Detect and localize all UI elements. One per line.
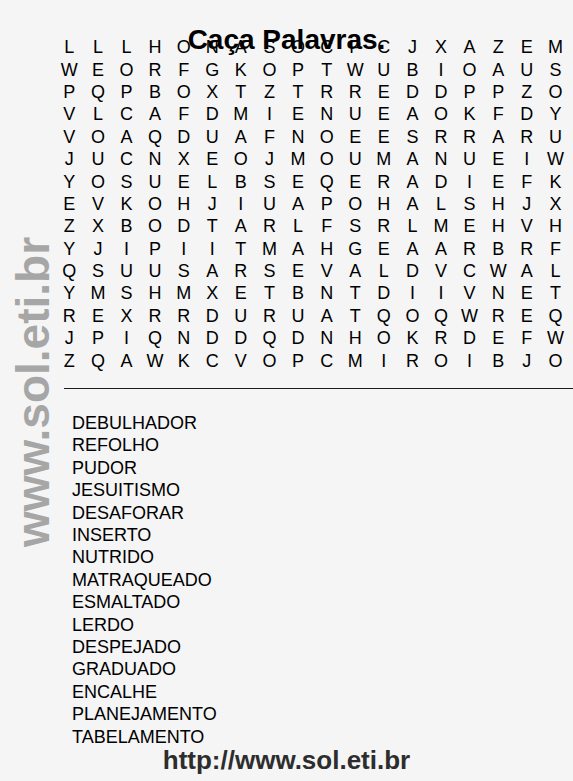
grid-cell[interactable]: E <box>370 238 399 260</box>
grid-cell[interactable]: Y <box>55 238 84 260</box>
grid-cell[interactable]: A <box>398 148 427 170</box>
grid-cell[interactable]: C <box>455 260 484 282</box>
word-list-item: ENCALHE <box>72 681 217 703</box>
grid-cell[interactable]: E <box>284 170 313 192</box>
grid-cell[interactable]: Q <box>370 305 399 327</box>
grid-cell[interactable]: W <box>141 349 170 371</box>
grid-cell[interactable]: L <box>55 36 84 58</box>
grid-cell[interactable]: J <box>255 148 284 170</box>
grid-cell[interactable]: M <box>84 282 113 304</box>
grid-cell[interactable]: T <box>312 58 341 80</box>
grid-cell[interactable]: R <box>455 238 484 260</box>
grid-cell[interactable]: Y <box>55 170 84 192</box>
grid-cell[interactable]: X <box>84 215 113 237</box>
grid-cell[interactable]: O <box>427 349 456 371</box>
grid-cell[interactable]: T <box>284 81 313 103</box>
grid-cell[interactable]: C <box>370 36 399 58</box>
word-list-item: LERDO <box>72 614 217 636</box>
grid-cell[interactable]: J <box>513 193 542 215</box>
grid-cell[interactable]: D <box>198 327 227 349</box>
grid-cell[interactable]: P <box>55 81 84 103</box>
grid-cell[interactable]: I <box>255 103 284 125</box>
grid-cell[interactable]: S <box>169 260 198 282</box>
grid-cell[interactable]: R <box>513 126 542 148</box>
grid-cell[interactable]: O <box>370 327 399 349</box>
grid-cell[interactable]: J <box>513 349 542 371</box>
grid-cell[interactable]: D <box>284 327 313 349</box>
grid-cell[interactable]: I <box>427 282 456 304</box>
word-list-item: NUTRIDO <box>72 546 217 568</box>
grid-cell[interactable]: C <box>198 349 227 371</box>
grid-cell[interactable]: P <box>141 238 170 260</box>
grid-cell[interactable]: H <box>484 215 513 237</box>
grid-cell[interactable]: O <box>541 349 570 371</box>
grid-cell[interactable]: L <box>541 260 570 282</box>
watermark-site-url: www.sol.eti.br <box>6 237 60 547</box>
grid-cell[interactable]: A <box>427 238 456 260</box>
grid-cell[interactable]: N <box>198 36 227 58</box>
grid-cell[interactable]: U <box>227 305 256 327</box>
grid-cell[interactable]: A <box>227 126 256 148</box>
grid-cell[interactable]: W <box>541 148 570 170</box>
grid-cell[interactable]: N <box>312 282 341 304</box>
grid-cell[interactable]: A <box>284 238 313 260</box>
grid-cell[interactable]: D <box>513 103 542 125</box>
grid-cell[interactable]: I <box>112 238 141 260</box>
grid-cell[interactable]: U <box>198 126 227 148</box>
grid-cell[interactable]: D <box>427 81 456 103</box>
grid-cell[interactable]: A <box>398 238 427 260</box>
grid-cell[interactable]: O <box>541 81 570 103</box>
grid-cell[interactable]: T <box>341 282 370 304</box>
grid-cell[interactable]: R <box>312 81 341 103</box>
grid-cell[interactable]: P <box>312 193 341 215</box>
grid-cell[interactable]: E <box>198 148 227 170</box>
grid-cell[interactable]: W <box>455 305 484 327</box>
grid-cell[interactable]: K <box>169 349 198 371</box>
grid-cell[interactable]: M <box>427 215 456 237</box>
grid-cell[interactable]: T <box>255 282 284 304</box>
grid-cell[interactable]: E <box>84 58 113 80</box>
grid-cell[interactable]: U <box>112 260 141 282</box>
grid-cell[interactable]: Q <box>55 260 84 282</box>
grid-cell[interactable]: E <box>484 148 513 170</box>
grid-cell[interactable]: T <box>227 238 256 260</box>
grid-cell[interactable]: I <box>370 349 399 371</box>
grid-cell[interactable]: D <box>370 282 399 304</box>
grid-cell[interactable]: Q <box>427 305 456 327</box>
grid-cell[interactable]: R <box>455 126 484 148</box>
grid-cell[interactable]: E <box>455 215 484 237</box>
grid-cell[interactable]: E <box>484 170 513 192</box>
grid-cell[interactable]: X <box>169 148 198 170</box>
grid-cell[interactable]: D <box>427 170 456 192</box>
grid-cell[interactable]: V <box>55 103 84 125</box>
grid-cell[interactable]: M <box>370 148 399 170</box>
grid-cell[interactable]: A <box>484 126 513 148</box>
grid-cell[interactable]: A <box>112 349 141 371</box>
grid-cell[interactable]: H <box>370 193 399 215</box>
grid-cell[interactable]: O <box>84 126 113 148</box>
grid-cell[interactable]: R <box>141 305 170 327</box>
grid-cell[interactable]: M <box>255 238 284 260</box>
grid-cell[interactable]: M <box>227 103 256 125</box>
grid-cell[interactable]: Q <box>84 349 113 371</box>
grid-cell[interactable]: T <box>198 215 227 237</box>
grid-cell[interactable]: C <box>312 36 341 58</box>
grid-cell[interactable]: X <box>198 81 227 103</box>
grid-cell[interactable]: D <box>398 81 427 103</box>
grid-cell[interactable]: I <box>427 58 456 80</box>
grid-cell[interactable]: S <box>112 282 141 304</box>
grid-cell[interactable]: Z <box>255 81 284 103</box>
word-search-grid: LLLHONASOCPCJXAZEMWEORFGKOPTWUBIOAUSPQPB… <box>55 36 570 372</box>
grid-cell[interactable]: R <box>484 305 513 327</box>
grid-cell[interactable]: B <box>141 81 170 103</box>
grid-cell[interactable]: W <box>341 58 370 80</box>
grid-cell[interactable]: O <box>227 148 256 170</box>
grid-cell[interactable]: L <box>198 170 227 192</box>
word-list-item: DESAFORAR <box>72 502 217 524</box>
grid-cell[interactable]: R <box>341 81 370 103</box>
grid-cell[interactable]: P <box>112 81 141 103</box>
word-list-item: INSERTO <box>72 524 217 546</box>
grid-cell[interactable]: H <box>341 327 370 349</box>
grid-cell[interactable]: P <box>284 58 313 80</box>
grid-cell[interactable]: I <box>398 282 427 304</box>
grid-cell[interactable]: L <box>427 193 456 215</box>
grid-cell[interactable]: E <box>513 305 542 327</box>
grid-cell[interactable]: F <box>513 327 542 349</box>
grid-cell[interactable]: M <box>284 148 313 170</box>
grid-cell[interactable]: A <box>484 58 513 80</box>
grid-cell[interactable]: B <box>398 58 427 80</box>
grid-cell[interactable]: S <box>84 260 113 282</box>
grid-cell[interactable]: A <box>455 36 484 58</box>
grid-cell[interactable]: X <box>541 193 570 215</box>
grid-cell[interactable]: D <box>198 103 227 125</box>
grid-cell[interactable]: I <box>169 238 198 260</box>
grid-cell[interactable]: L <box>84 36 113 58</box>
grid-cell[interactable]: T <box>227 81 256 103</box>
grid-cell[interactable]: D <box>398 260 427 282</box>
grid-cell[interactable]: E <box>484 327 513 349</box>
grid-cell[interactable]: E <box>341 126 370 148</box>
grid-cell[interactable]: D <box>169 126 198 148</box>
word-list-item: GRADUADO <box>72 658 217 680</box>
word-list-item: REFOLHO <box>72 434 217 456</box>
grid-cell[interactable]: E <box>341 170 370 192</box>
grid-cell[interactable]: H <box>141 36 170 58</box>
grid-cell[interactable]: L <box>284 215 313 237</box>
grid-cell[interactable]: I <box>513 148 542 170</box>
grid-cell[interactable]: U <box>141 170 170 192</box>
grid-cell[interactable]: P <box>484 81 513 103</box>
grid-cell[interactable]: F <box>169 58 198 80</box>
word-list-item: JESUITISMO <box>72 479 217 501</box>
grid-cell[interactable]: Y <box>541 103 570 125</box>
grid-cell[interactable]: A <box>513 260 542 282</box>
grid-cell[interactable]: A <box>398 103 427 125</box>
grid-cell[interactable]: R <box>513 238 542 260</box>
word-list-item: MATRAQUEADO <box>72 569 217 591</box>
grid-cell[interactable]: S <box>255 170 284 192</box>
grid-cell[interactable]: E <box>227 282 256 304</box>
grid-cell[interactable]: X <box>198 282 227 304</box>
grid-cell[interactable]: H <box>541 215 570 237</box>
grid-cell[interactable]: O <box>312 126 341 148</box>
grid-cell[interactable]: E <box>370 81 399 103</box>
grid-cell[interactable]: N <box>484 282 513 304</box>
grid-cell[interactable]: F <box>255 126 284 148</box>
grid-cell[interactable]: O <box>141 193 170 215</box>
grid-cell[interactable]: O <box>169 36 198 58</box>
grid-cell[interactable]: F <box>513 170 542 192</box>
grid-cell[interactable]: Q <box>541 305 570 327</box>
grid-cell[interactable]: E <box>513 36 542 58</box>
grid-cell[interactable]: K <box>455 103 484 125</box>
grid-cell[interactable]: U <box>341 103 370 125</box>
grid-cell[interactable]: R <box>227 260 256 282</box>
grid-cell[interactable]: V <box>513 215 542 237</box>
grid-cell[interactable]: E <box>55 193 84 215</box>
grid-cell[interactable]: R <box>55 305 84 327</box>
grid-cell[interactable]: K <box>541 170 570 192</box>
grid-cell[interactable]: S <box>112 170 141 192</box>
grid-cell[interactable]: W <box>541 327 570 349</box>
grid-cell[interactable]: J <box>198 193 227 215</box>
grid-cell[interactable]: J <box>55 327 84 349</box>
grid-cell[interactable]: A <box>341 260 370 282</box>
grid-cell[interactable]: N <box>284 126 313 148</box>
grid-cell[interactable]: V <box>84 193 113 215</box>
grid-cell[interactable]: K <box>398 327 427 349</box>
grid-cell[interactable]: M <box>541 36 570 58</box>
separator-line <box>64 388 573 389</box>
grid-cell[interactable]: O <box>398 305 427 327</box>
grid-cell[interactable]: B <box>484 349 513 371</box>
grid-cell[interactable]: U <box>141 260 170 282</box>
word-list-item: DESPEJADO <box>72 636 217 658</box>
grid-cell[interactable]: B <box>284 282 313 304</box>
grid-cell[interactable]: H <box>312 238 341 260</box>
grid-cell[interactable]: R <box>370 170 399 192</box>
grid-cell[interactable]: U <box>84 148 113 170</box>
grid-cell[interactable]: D <box>198 305 227 327</box>
grid-cell[interactable]: S <box>341 215 370 237</box>
grid-cell[interactable]: O <box>255 58 284 80</box>
word-list-item: PUDOR <box>72 457 217 479</box>
grid-cell[interactable]: U <box>513 58 542 80</box>
grid-cell[interactable]: G <box>198 58 227 80</box>
grid-cell[interactable]: F <box>169 103 198 125</box>
grid-cell[interactable]: V <box>455 282 484 304</box>
grid-cell[interactable]: O <box>341 193 370 215</box>
grid-cell[interactable]: U <box>541 126 570 148</box>
grid-cell[interactable]: Z <box>513 81 542 103</box>
grid-cell[interactable]: H <box>141 282 170 304</box>
grid-cell[interactable]: E <box>169 170 198 192</box>
grid-cell[interactable]: J <box>55 148 84 170</box>
grid-cell[interactable]: L <box>398 215 427 237</box>
grid-cell[interactable]: C <box>112 103 141 125</box>
grid-cell[interactable]: F <box>484 103 513 125</box>
grid-cell[interactable]: E <box>284 103 313 125</box>
grid-cell[interactable]: A <box>112 126 141 148</box>
grid-cell[interactable]: E <box>513 282 542 304</box>
grid-cell[interactable]: O <box>84 170 113 192</box>
grid-cell[interactable]: N <box>169 327 198 349</box>
grid-cell[interactable]: Z <box>55 215 84 237</box>
grid-cell[interactable]: R <box>370 215 399 237</box>
grid-cell[interactable]: A <box>284 193 313 215</box>
grid-cell[interactable]: A <box>198 260 227 282</box>
grid-cell[interactable]: F <box>312 215 341 237</box>
grid-cell[interactable]: T <box>341 305 370 327</box>
footer-url: http://www.sol.eti.br <box>0 745 573 776</box>
grid-cell[interactable]: E <box>84 305 113 327</box>
grid-cell[interactable]: A <box>227 36 256 58</box>
grid-cell[interactable]: E <box>370 126 399 148</box>
grid-cell[interactable]: Q <box>141 126 170 148</box>
grid-cell[interactable]: Q <box>312 170 341 192</box>
grid-cell[interactable]: S <box>255 36 284 58</box>
grid-cell[interactable]: E <box>284 260 313 282</box>
grid-cell[interactable]: A <box>398 170 427 192</box>
grid-cell[interactable]: I <box>455 349 484 371</box>
grid-cell[interactable]: G <box>341 238 370 260</box>
grid-cell[interactable]: U <box>284 305 313 327</box>
grid-cell[interactable]: Q <box>141 327 170 349</box>
grid-cell[interactable]: O <box>112 58 141 80</box>
grid-cell[interactable]: A <box>312 305 341 327</box>
grid-cell[interactable]: O <box>427 103 456 125</box>
grid-cell[interactable]: L <box>370 260 399 282</box>
grid-cell[interactable]: L <box>112 36 141 58</box>
grid-cell[interactable]: S <box>255 260 284 282</box>
grid-cell[interactable]: D <box>169 215 198 237</box>
grid-cell[interactable]: N <box>427 148 456 170</box>
grid-cell[interactable]: S <box>541 58 570 80</box>
grid-cell[interactable]: I <box>198 238 227 260</box>
grid-cell[interactable]: A <box>141 103 170 125</box>
grid-cell[interactable]: P <box>341 36 370 58</box>
grid-cell[interactable]: Q <box>84 81 113 103</box>
grid-cell[interactable]: O <box>255 349 284 371</box>
grid-cell[interactable]: X <box>427 36 456 58</box>
grid-cell[interactable]: C <box>112 148 141 170</box>
grid-cell[interactable]: R <box>427 126 456 148</box>
word-list-item: DEBULHADOR <box>72 412 217 434</box>
grid-cell[interactable]: I <box>455 170 484 192</box>
grid-cell[interactable]: H <box>169 193 198 215</box>
grid-cell[interactable]: C <box>312 349 341 371</box>
word-list: DEBULHADORREFOLHOPUDORJESUITISMODESAFORA… <box>72 412 217 748</box>
grid-cell[interactable]: V <box>312 260 341 282</box>
grid-cell[interactable]: K <box>227 58 256 80</box>
grid-cell[interactable]: U <box>255 193 284 215</box>
grid-cell[interactable]: Y <box>55 282 84 304</box>
grid-cell[interactable]: A <box>227 215 256 237</box>
grid-cell[interactable]: W <box>484 260 513 282</box>
grid-cell[interactable]: V <box>427 260 456 282</box>
grid-cell[interactable]: N <box>312 103 341 125</box>
grid-cell[interactable]: P <box>84 327 113 349</box>
grid-cell[interactable]: V <box>227 349 256 371</box>
grid-cell[interactable]: P <box>284 349 313 371</box>
word-list-item: PLANEJAMENTO <box>72 703 217 725</box>
grid-cell[interactable]: H <box>484 193 513 215</box>
grid-cell[interactable]: P <box>455 81 484 103</box>
grid-cell[interactable]: B <box>112 215 141 237</box>
grid-cell[interactable]: O <box>312 148 341 170</box>
grid-cell[interactable]: I <box>112 327 141 349</box>
grid-cell[interactable]: Q <box>255 327 284 349</box>
grid-cell[interactable]: O <box>284 36 313 58</box>
grid-cell[interactable]: L <box>84 103 113 125</box>
grid-cell[interactable]: U <box>370 58 399 80</box>
grid-cell[interactable]: R <box>255 305 284 327</box>
grid-cell[interactable]: A <box>398 193 427 215</box>
grid-cell[interactable]: U <box>341 148 370 170</box>
grid-cell[interactable]: X <box>112 305 141 327</box>
grid-cell[interactable]: N <box>141 148 170 170</box>
grid-cell[interactable]: U <box>455 148 484 170</box>
grid-cell[interactable]: T <box>541 282 570 304</box>
grid-cell[interactable]: Z <box>484 36 513 58</box>
grid-cell[interactable]: M <box>169 282 198 304</box>
grid-cell[interactable]: J <box>84 238 113 260</box>
grid-cell[interactable]: B <box>227 170 256 192</box>
grid-cell[interactable]: V <box>55 126 84 148</box>
grid-cell[interactable]: R <box>398 349 427 371</box>
grid-cell[interactable]: S <box>398 126 427 148</box>
grid-cell[interactable]: B <box>484 238 513 260</box>
grid-cell[interactable]: I <box>227 193 256 215</box>
grid-cell[interactable]: W <box>55 58 84 80</box>
grid-cell[interactable]: F <box>541 238 570 260</box>
grid-cell[interactable]: S <box>455 193 484 215</box>
grid-cell[interactable]: N <box>312 327 341 349</box>
grid-cell[interactable]: R <box>427 327 456 349</box>
word-list-item: ESMALTADO <box>72 591 217 613</box>
grid-cell[interactable]: J <box>398 36 427 58</box>
grid-cell[interactable]: Z <box>55 349 84 371</box>
grid-cell[interactable]: R <box>141 58 170 80</box>
grid-cell[interactable]: M <box>341 349 370 371</box>
grid-cell[interactable]: O <box>141 215 170 237</box>
grid-cell[interactable]: K <box>112 193 141 215</box>
grid-cell[interactable]: R <box>255 215 284 237</box>
grid-cell[interactable]: D <box>455 327 484 349</box>
grid-cell[interactable]: D <box>227 327 256 349</box>
grid-cell[interactable]: R <box>169 305 198 327</box>
grid-cell[interactable]: E <box>370 103 399 125</box>
grid-cell[interactable]: O <box>455 58 484 80</box>
grid-cell[interactable]: O <box>169 81 198 103</box>
